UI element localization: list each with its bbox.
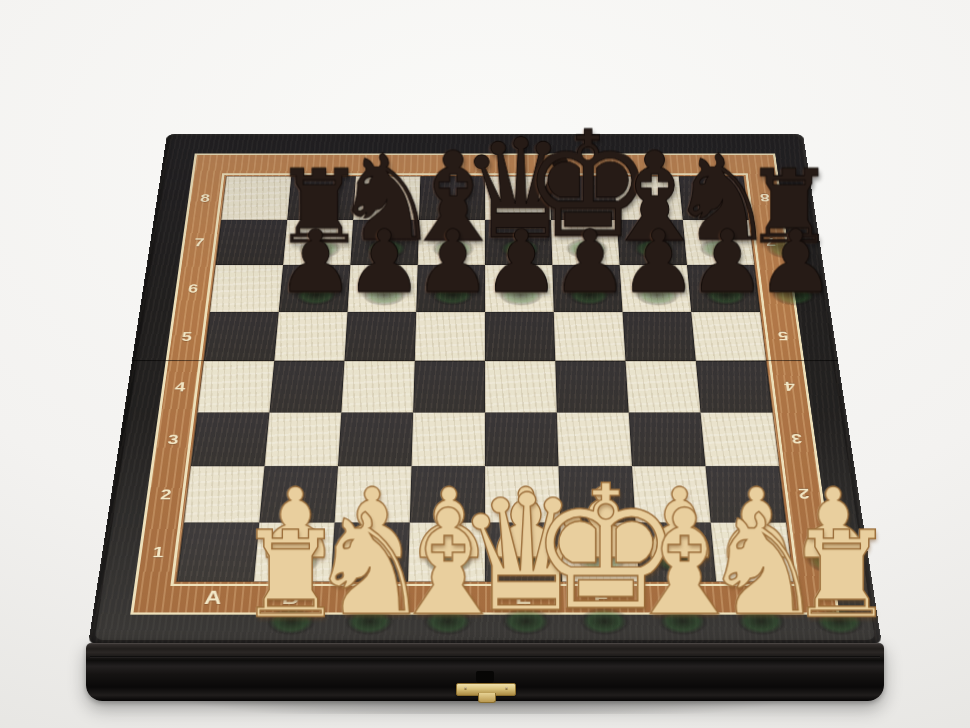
- rank-label-right: 8: [748, 176, 782, 219]
- box-front-panel: [86, 643, 884, 701]
- rank-label-left: 7: [182, 220, 217, 265]
- piece-black-pawn[interactable]: ♟: [726, 219, 865, 306]
- latch-screw-icon: [464, 687, 467, 690]
- latch-screw-icon: [505, 687, 508, 690]
- rank-label-left: 4: [161, 361, 198, 412]
- rank-label-left: 6: [175, 265, 210, 312]
- file-label: D: [407, 583, 485, 612]
- latch-tab: [478, 693, 496, 703]
- rank-label-left: 5: [168, 312, 204, 361]
- file-label: H: [716, 583, 797, 612]
- chess-board-3d: 8765432187654321ABCDEFGH ♜♞♝♛♚♝♞♜♟♟♟♟♟♟♟…: [88, 134, 882, 645]
- rank-label-right: 7: [754, 220, 789, 265]
- chess-board: 8765432187654321ABCDEFGH ♜♞♝♛♚♝♞♜♟♟♟♟♟♟♟…: [88, 134, 882, 645]
- file-label: B: [251, 583, 331, 612]
- lid-groove: [90, 656, 880, 658]
- file-label: F: [562, 583, 641, 612]
- file-label: A: [173, 583, 254, 612]
- file-label: G: [639, 583, 719, 612]
- brass-latch[interactable]: [456, 683, 516, 696]
- file-label: C: [329, 583, 408, 612]
- rank-label-left: 3: [154, 413, 192, 467]
- photo-stage: 8765432187654321ABCDEFGH ♜♞♝♛♚♝♞♜♟♟♟♟♟♟♟…: [0, 0, 970, 728]
- rank-label-left: 8: [188, 176, 222, 219]
- piece-white-rook[interactable]: ♜: [762, 515, 921, 635]
- file-label: E: [485, 583, 563, 612]
